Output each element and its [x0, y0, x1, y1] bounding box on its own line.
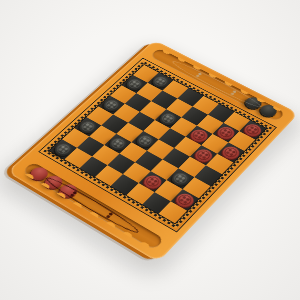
board-frame [38, 58, 277, 233]
tray-checker-black[interactable] [257, 103, 280, 119]
checkers-board-plank [7, 40, 299, 262]
scene [0, 0, 300, 300]
tray-checker-red[interactable] [56, 182, 80, 200]
